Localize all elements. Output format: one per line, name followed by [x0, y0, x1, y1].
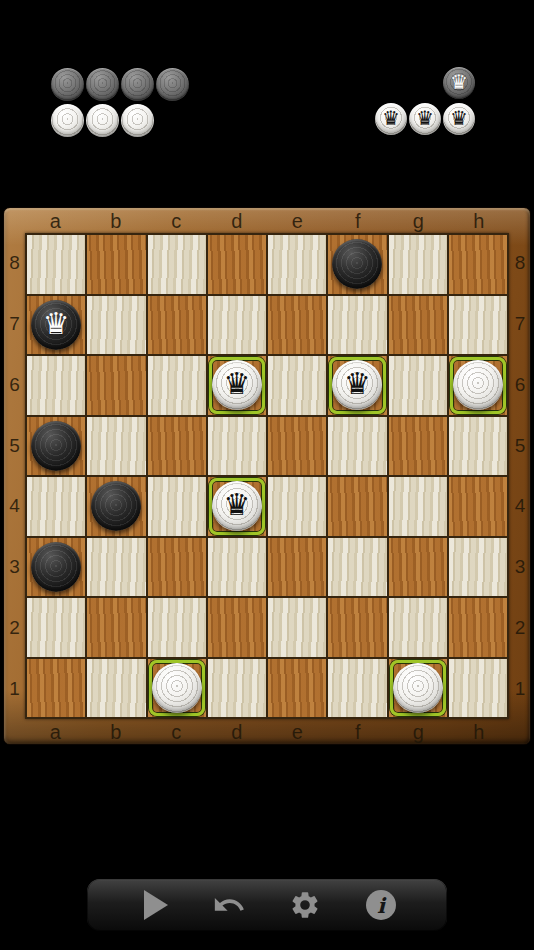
file-label: c [146, 719, 207, 745]
rank-label: 5 [509, 415, 531, 476]
square-f7[interactable] [328, 296, 386, 355]
queen-crown-icon: ♛ [344, 369, 371, 399]
queen-crown-icon: ♛ [382, 108, 400, 128]
square-a6[interactable] [27, 356, 85, 415]
queen-crown-icon: ♛ [43, 309, 70, 339]
square-e5[interactable] [268, 417, 326, 476]
file-label: h [449, 209, 510, 233]
square-h4[interactable] [449, 477, 507, 536]
square-b4[interactable] [87, 477, 145, 536]
black-man-a5[interactable] [31, 421, 81, 471]
square-b2[interactable] [87, 598, 145, 657]
square-d3[interactable] [208, 538, 266, 597]
square-h7[interactable] [449, 296, 507, 355]
square-g8[interactable] [389, 235, 447, 294]
rank-label: 3 [509, 537, 531, 598]
square-f4[interactable] [328, 477, 386, 536]
bottom-toolbar: i [87, 879, 447, 931]
file-labels-bottom: abcdefgh [25, 719, 509, 745]
black-man-counter [86, 68, 119, 101]
file-label: d [207, 209, 268, 233]
queen-crown-icon: ♛ [450, 72, 468, 92]
info-icon: i [366, 890, 396, 920]
square-h2[interactable] [449, 598, 507, 657]
rank-label: 7 [4, 294, 25, 355]
white-queen-counter: ♛ [409, 103, 441, 135]
file-label: a [25, 719, 86, 745]
square-f8[interactable] [328, 235, 386, 294]
square-h1[interactable] [449, 659, 507, 718]
black-queen-a7[interactable]: ♛ [31, 300, 81, 350]
file-label: a [25, 209, 86, 233]
black-queen-counter: ♛ [443, 67, 475, 99]
square-h6[interactable] [449, 356, 507, 415]
rank-label: 4 [509, 476, 531, 537]
file-label: e [267, 719, 328, 745]
square-c5[interactable] [148, 417, 206, 476]
black-man-f8[interactable] [332, 239, 382, 289]
square-a7[interactable]: ♛ [27, 296, 85, 355]
square-a2[interactable] [27, 598, 85, 657]
file-label: g [388, 209, 449, 233]
white-queen-d4[interactable]: ♛ [212, 481, 262, 531]
rank-label: 3 [4, 537, 25, 598]
square-d7[interactable] [208, 296, 266, 355]
square-b8[interactable] [87, 235, 145, 294]
white-queen-counter: ♛ [443, 103, 475, 135]
square-c1[interactable] [148, 659, 206, 718]
rank-label: 7 [509, 294, 531, 355]
file-label: d [207, 719, 268, 745]
square-d5[interactable] [208, 417, 266, 476]
white-man-g1[interactable] [393, 663, 443, 713]
file-label: b [86, 209, 147, 233]
play-button[interactable] [131, 885, 175, 925]
square-e3[interactable] [268, 538, 326, 597]
square-c7[interactable] [148, 296, 206, 355]
square-a1[interactable] [27, 659, 85, 718]
gear-icon [289, 889, 321, 921]
square-b3[interactable] [87, 538, 145, 597]
square-b7[interactable] [87, 296, 145, 355]
square-d6[interactable]: ♛ [208, 356, 266, 415]
white-queen-f6[interactable]: ♛ [332, 360, 382, 410]
square-c6[interactable] [148, 356, 206, 415]
square-c3[interactable] [148, 538, 206, 597]
square-g7[interactable] [389, 296, 447, 355]
square-d2[interactable] [208, 598, 266, 657]
square-g2[interactable] [389, 598, 447, 657]
checkers-app-screen: ♛ ♛♛♛ abcdefgh abcdefgh 87654321 8765432… [0, 0, 534, 950]
white-queen-counter: ♛ [375, 103, 407, 135]
square-c8[interactable] [148, 235, 206, 294]
square-g1[interactable] [389, 659, 447, 718]
board-grid: ♛♛♛♛ [25, 233, 509, 719]
white-man-c1[interactable] [152, 663, 202, 713]
white-man-counter [121, 104, 154, 137]
rank-label: 8 [4, 233, 25, 294]
square-f2[interactable] [328, 598, 386, 657]
file-label: h [449, 719, 510, 745]
square-h8[interactable] [449, 235, 507, 294]
square-b5[interactable] [87, 417, 145, 476]
rank-label: 2 [509, 598, 531, 659]
square-e8[interactable] [268, 235, 326, 294]
file-label: c [146, 209, 207, 233]
white-queens-count-row: ♛♛♛ [375, 103, 475, 135]
square-d1[interactable] [208, 659, 266, 718]
square-e6[interactable] [268, 356, 326, 415]
rank-label: 6 [509, 355, 531, 416]
square-a4[interactable] [27, 477, 85, 536]
queen-crown-icon: ♛ [416, 108, 434, 128]
queen-crown-icon: ♛ [223, 369, 250, 399]
file-label: f [328, 719, 389, 745]
square-h5[interactable] [449, 417, 507, 476]
queens-count-tray: ♛ ♛♛♛ [375, 67, 475, 135]
square-d8[interactable] [208, 235, 266, 294]
file-label: g [388, 719, 449, 745]
rank-label: 4 [4, 476, 25, 537]
square-f1[interactable] [328, 659, 386, 718]
rank-label: 5 [4, 415, 25, 476]
white-man-counter [51, 104, 84, 137]
square-g5[interactable] [389, 417, 447, 476]
square-d4[interactable]: ♛ [208, 477, 266, 536]
square-f6[interactable]: ♛ [328, 356, 386, 415]
square-g3[interactable] [389, 538, 447, 597]
square-c4[interactable] [148, 477, 206, 536]
play-icon [144, 890, 168, 920]
square-e1[interactable] [268, 659, 326, 718]
rank-label: 2 [4, 598, 25, 659]
square-f5[interactable] [328, 417, 386, 476]
square-e7[interactable] [268, 296, 326, 355]
white-men-count-row [51, 104, 154, 137]
undo-button[interactable] [207, 885, 251, 925]
file-label: f [328, 209, 389, 233]
queen-crown-icon: ♛ [223, 490, 250, 520]
white-queen-d6[interactable]: ♛ [212, 360, 262, 410]
white-man-counter [86, 104, 119, 137]
men-count-tray [51, 68, 189, 137]
square-b1[interactable] [87, 659, 145, 718]
file-label: b [86, 719, 147, 745]
black-man-counter [156, 68, 189, 101]
square-c2[interactable] [148, 598, 206, 657]
black-man-counter [51, 68, 84, 101]
square-e4[interactable] [268, 477, 326, 536]
square-f3[interactable] [328, 538, 386, 597]
undo-icon [212, 888, 246, 922]
file-labels-top: abcdefgh [25, 209, 509, 233]
black-queens-count-row: ♛ [443, 67, 475, 99]
checkers-board: abcdefgh abcdefgh 87654321 87654321 ♛♛♛♛ [3, 207, 531, 745]
black-man-b4[interactable] [91, 481, 141, 531]
rank-label: 6 [4, 355, 25, 416]
rank-label: 1 [509, 658, 531, 719]
rank-label: 8 [509, 233, 531, 294]
settings-button[interactable] [283, 885, 327, 925]
file-label: e [267, 209, 328, 233]
square-a8[interactable] [27, 235, 85, 294]
rank-labels-left: 87654321 [4, 233, 25, 719]
square-a3[interactable] [27, 538, 85, 597]
square-a5[interactable] [27, 417, 85, 476]
rank-label: 1 [4, 658, 25, 719]
square-e2[interactable] [268, 598, 326, 657]
black-man-counter [121, 68, 154, 101]
black-men-count-row [51, 68, 189, 101]
square-g6[interactable] [389, 356, 447, 415]
queen-crown-icon: ♛ [450, 108, 468, 128]
black-man-a3[interactable] [31, 542, 81, 592]
info-button[interactable]: i [359, 885, 403, 925]
rank-labels-right: 87654321 [509, 233, 531, 719]
white-man-h6[interactable] [453, 360, 503, 410]
square-h3[interactable] [449, 538, 507, 597]
square-g4[interactable] [389, 477, 447, 536]
square-b6[interactable] [87, 356, 145, 415]
